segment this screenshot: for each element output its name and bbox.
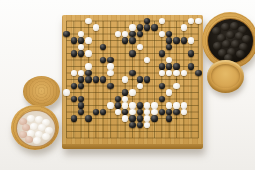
stone-black <box>129 115 136 121</box>
stone-black <box>129 122 136 128</box>
stone-black <box>71 96 78 102</box>
stone-black <box>71 50 78 56</box>
stone-white <box>129 102 136 108</box>
stone-white <box>122 102 129 108</box>
stone-black <box>85 70 92 76</box>
stone-black <box>78 76 85 82</box>
stone-white <box>107 102 114 108</box>
stone-white <box>107 63 114 69</box>
stone-black <box>144 76 151 82</box>
stone-black <box>85 76 92 82</box>
bowl-white-stone <box>27 115 35 122</box>
bowl-white-stone <box>42 133 50 140</box>
bowl-black-stone <box>236 50 245 58</box>
stone-white <box>129 109 136 115</box>
bowl-black-stone <box>222 40 231 48</box>
stone-black <box>107 57 114 63</box>
stone-black <box>188 50 195 56</box>
stone-white <box>93 24 100 30</box>
stone-white <box>188 37 195 43</box>
stone-white <box>166 89 173 95</box>
stone-black <box>137 31 144 37</box>
bowl-black-stone <box>242 35 251 43</box>
white-stones-bowl <box>11 105 59 150</box>
stone-black <box>115 102 122 108</box>
stone-black <box>137 109 144 115</box>
stone-white <box>85 63 92 69</box>
stone-white <box>181 70 188 76</box>
stone-black <box>129 31 136 37</box>
stone-black <box>159 96 166 102</box>
bowl-lid-right <box>207 60 244 93</box>
stone-white <box>159 31 166 37</box>
stone-white <box>107 70 114 76</box>
stone-white <box>144 102 151 108</box>
stone-white <box>137 83 144 89</box>
stone-black <box>78 50 85 56</box>
bowl-lid-left <box>23 76 60 107</box>
stone-white <box>181 24 188 30</box>
stone-black <box>137 24 144 30</box>
stone-black <box>129 50 136 56</box>
stone-black <box>188 63 195 69</box>
bowl-white-stone <box>30 123 38 130</box>
stone-black <box>107 83 114 89</box>
bowl-white-stone <box>25 136 33 143</box>
bowl-black-stone <box>221 23 230 31</box>
white-stones-pile <box>16 110 56 147</box>
stone-white <box>63 89 70 95</box>
stone-white <box>151 102 158 108</box>
stone-white <box>151 109 158 115</box>
stone-black <box>93 76 100 82</box>
stone-black <box>151 115 158 121</box>
stone-white <box>85 37 92 43</box>
stone-white <box>173 102 180 108</box>
stone-white <box>85 50 92 56</box>
stone-black <box>129 70 136 76</box>
stone-white <box>137 44 144 50</box>
stone-white <box>122 76 129 82</box>
stone-black <box>100 76 107 82</box>
stone-black <box>159 83 166 89</box>
stone-white <box>173 83 180 89</box>
stone-black <box>71 115 78 121</box>
stone-black <box>166 37 173 43</box>
stone-black <box>71 37 78 43</box>
stone-black <box>115 96 122 102</box>
black-stones-pile <box>207 18 254 64</box>
stone-white <box>115 109 122 115</box>
stone-black <box>144 24 151 30</box>
go-board <box>62 15 203 149</box>
stone-white <box>166 102 173 108</box>
stone-black <box>137 76 144 82</box>
stone-white <box>181 109 188 115</box>
photo-scene <box>0 0 255 170</box>
stone-black <box>166 63 173 69</box>
stone-black <box>122 89 129 95</box>
stone-black <box>137 115 144 121</box>
stone-black <box>173 63 180 69</box>
stone-white <box>129 89 136 95</box>
stone-black <box>63 31 70 37</box>
stone-black <box>78 37 85 43</box>
stone-white <box>195 18 202 24</box>
stone-black <box>71 83 78 89</box>
board-side-edge <box>62 144 203 149</box>
stone-white <box>71 70 78 76</box>
stone-white <box>181 102 188 108</box>
stone-black <box>159 109 166 115</box>
stone-black <box>159 63 166 69</box>
stone-white <box>173 70 180 76</box>
stone-black <box>78 102 85 108</box>
stone-black <box>85 115 92 121</box>
stone-black <box>181 37 188 43</box>
bowl-black-stone <box>226 31 235 39</box>
stone-black <box>195 70 202 76</box>
stone-black <box>173 37 180 43</box>
stone-white <box>129 24 136 30</box>
stone-black <box>151 24 158 30</box>
stone-white <box>122 115 129 121</box>
stone-white <box>85 18 92 24</box>
stone-black <box>137 122 144 128</box>
stone-white <box>115 31 122 37</box>
stone-black <box>122 37 129 43</box>
bowl-white-stone <box>33 137 41 144</box>
stone-black <box>159 50 166 56</box>
stone-white <box>159 18 166 24</box>
stone-black <box>166 115 173 121</box>
stone-black <box>129 37 136 43</box>
stone-white <box>159 70 166 76</box>
stone-black <box>173 109 180 115</box>
stone-white <box>144 115 151 121</box>
stone-black <box>137 102 144 108</box>
board-top-face <box>62 15 203 144</box>
stone-black <box>93 109 100 115</box>
